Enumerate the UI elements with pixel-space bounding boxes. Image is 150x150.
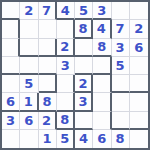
given-digit: 2 — [79, 77, 88, 90]
given-digit: 8 — [60, 113, 69, 126]
cell-r3c6[interactable]: 8 — [93, 39, 111, 57]
given-digit: 7 — [42, 4, 51, 17]
cell-r4c4[interactable]: 3 — [57, 57, 75, 75]
given-digit: 4 — [79, 132, 88, 145]
cell-r1c6[interactable]: 3 — [93, 2, 111, 20]
cell-r6c2[interactable]: 1 — [20, 93, 38, 111]
cell-r4c7[interactable]: 5 — [112, 57, 130, 75]
given-digit: 2 — [42, 114, 51, 127]
given-digit: 1 — [24, 95, 33, 108]
cell-r2c3[interactable] — [39, 20, 57, 38]
given-digit: 6 — [24, 114, 33, 127]
cell-r8c4[interactable]: 5 — [57, 130, 75, 148]
cell-r8c3[interactable]: 1 — [39, 130, 57, 148]
cell-r7c6[interactable] — [93, 112, 111, 130]
given-digit: 8 — [43, 95, 52, 108]
cell-r8c7[interactable]: 8 — [112, 130, 130, 148]
cell-r5c7[interactable] — [112, 75, 130, 93]
cell-r7c8[interactable] — [130, 112, 148, 130]
cell-r7c7[interactable] — [112, 112, 130, 130]
cell-r2c4[interactable] — [57, 20, 75, 38]
given-digit: 3 — [6, 114, 15, 127]
cell-r8c6[interactable]: 6 — [93, 130, 111, 148]
cell-r5c5[interactable]: 2 — [75, 75, 93, 93]
cell-r1c7[interactable] — [112, 2, 130, 20]
cell-r4c1[interactable] — [2, 57, 20, 75]
cell-r5c8[interactable] — [130, 75, 148, 93]
given-digit: 1 — [43, 132, 52, 145]
cell-r1c5[interactable]: 5 — [75, 2, 93, 20]
given-digit: 8 — [79, 22, 88, 35]
cell-r5c4[interactable] — [57, 75, 75, 93]
given-digit: 5 — [60, 132, 69, 145]
given-digit: 6 — [6, 95, 15, 108]
cell-r7c2[interactable]: 6 — [20, 112, 38, 130]
cell-r5c6[interactable] — [93, 75, 111, 93]
given-digit: 3 — [97, 4, 106, 17]
cell-r3c3[interactable] — [39, 39, 57, 57]
given-digit: 4 — [61, 4, 70, 17]
given-digit: 3 — [61, 59, 70, 72]
cell-r1c2[interactable]: 2 — [20, 2, 38, 20]
cell-r5c2[interactable]: 5 — [20, 75, 38, 93]
cell-r1c3[interactable]: 7 — [39, 2, 57, 20]
cell-r6c3[interactable]: 8 — [39, 93, 57, 111]
cell-r1c4[interactable]: 4 — [57, 2, 75, 20]
given-digit: 6 — [97, 132, 106, 145]
given-digit: 2 — [24, 4, 33, 17]
cell-r2c5[interactable]: 8 — [75, 20, 93, 38]
cell-r4c3[interactable] — [39, 57, 57, 75]
given-digit: 2 — [134, 22, 143, 35]
cell-r7c4[interactable]: 8 — [57, 112, 75, 130]
given-digit: 8 — [97, 40, 106, 53]
cell-r6c6[interactable] — [93, 93, 111, 111]
cell-r7c3[interactable]: 2 — [39, 112, 57, 130]
cell-r3c4[interactable]: 2 — [57, 39, 75, 57]
given-digit: 3 — [79, 95, 88, 108]
given-digit: 6 — [134, 41, 143, 54]
cell-r4c5[interactable] — [75, 57, 93, 75]
cell-r3c2[interactable] — [20, 39, 38, 57]
cell-r1c8[interactable] — [130, 2, 148, 20]
given-digit: 3 — [116, 41, 125, 54]
sudoku-board: 274538472283635526183362815468 — [0, 0, 150, 150]
cell-r8c5[interactable]: 4 — [75, 130, 93, 148]
cell-r6c7[interactable] — [112, 93, 130, 111]
given-digit: 8 — [116, 132, 125, 145]
cell-r2c2[interactable] — [20, 20, 38, 38]
cell-r7c1[interactable]: 3 — [2, 112, 20, 130]
given-digit: 7 — [116, 22, 125, 35]
given-digit: 5 — [24, 77, 33, 90]
cell-r3c7[interactable]: 3 — [112, 39, 130, 57]
cell-r7c5[interactable] — [75, 112, 93, 130]
cell-r2c8[interactable]: 2 — [130, 20, 148, 38]
cell-r8c2[interactable] — [20, 130, 38, 148]
cell-r6c5[interactable]: 3 — [75, 93, 93, 111]
cell-r5c3[interactable] — [39, 75, 57, 93]
cell-r8c1[interactable] — [2, 130, 20, 148]
cell-r6c1[interactable]: 6 — [2, 93, 20, 111]
given-digit: 4 — [97, 22, 106, 35]
cell-r2c6[interactable]: 4 — [93, 20, 111, 38]
given-digit: 5 — [79, 4, 88, 17]
cell-r1c1[interactable] — [2, 2, 20, 20]
cell-r8c8[interactable] — [130, 130, 148, 148]
given-digit: 5 — [116, 59, 125, 72]
cell-r4c6[interactable] — [93, 57, 111, 75]
cell-r4c8[interactable] — [130, 57, 148, 75]
cell-r3c1[interactable] — [2, 39, 20, 57]
cell-r3c8[interactable]: 6 — [130, 39, 148, 57]
cell-r6c4[interactable] — [57, 93, 75, 111]
puzzle-stage: 274538472283635526183362815468 — [0, 0, 150, 150]
cell-r4c2[interactable] — [20, 57, 38, 75]
given-digit: 2 — [60, 40, 69, 53]
cell-r2c7[interactable]: 7 — [112, 20, 130, 38]
cell-r6c8[interactable] — [130, 93, 148, 111]
cell-r2c1[interactable] — [2, 20, 20, 38]
cell-r5c1[interactable] — [2, 75, 20, 93]
cell-r3c5[interactable] — [75, 39, 93, 57]
